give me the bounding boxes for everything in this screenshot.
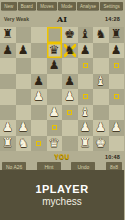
square-c8[interactable]: [31, 27, 47, 43]
square-e5[interactable]: ♟: [62, 74, 78, 90]
square-g4[interactable]: [93, 89, 109, 105]
square-e7[interactable]: ♞: [62, 43, 78, 59]
square-g1[interactable]: ♚: [93, 136, 109, 152]
square-h4[interactable]: [109, 89, 125, 105]
piece-black-rook: ♜: [111, 27, 122, 42]
player-clock: 10:48: [105, 154, 120, 160]
opponent-clock: 14:28: [105, 16, 120, 22]
square-d6[interactable]: ♟: [47, 58, 63, 74]
piece-white-pawn: ♟: [2, 120, 13, 135]
square-f2[interactable]: ♟: [78, 120, 94, 136]
square-h7[interactable]: ♟: [109, 43, 125, 59]
square-d7[interactable]: ♛: [47, 43, 63, 59]
piece-black-knight: ♞: [64, 43, 75, 58]
square-b3[interactable]: [16, 105, 32, 121]
toolbar-button-board[interactable]: Board: [18, 2, 37, 10]
square-a1[interactable]: ♜: [0, 136, 16, 152]
piece-white-pawn: ♟: [18, 120, 29, 135]
square-b1[interactable]: ♞: [16, 136, 32, 152]
square-e8[interactable]: ♚: [62, 27, 78, 43]
piece-white-pawn: ♟: [80, 120, 91, 135]
square-e6[interactable]: [62, 58, 78, 74]
square-f6[interactable]: [78, 58, 94, 74]
square-g6[interactable]: [93, 58, 109, 74]
square-d8[interactable]: [47, 27, 63, 43]
ai-difficulty-label: Very Weak: [4, 16, 29, 22]
square-e2[interactable]: [62, 120, 78, 136]
legal-move-marker: [83, 94, 88, 99]
piece-white-bishop: ♝: [95, 74, 106, 89]
square-c2[interactable]: [31, 120, 47, 136]
square-e1[interactable]: [62, 136, 78, 152]
legal-move-marker: [36, 141, 41, 146]
square-f3[interactable]: ♝: [78, 105, 94, 121]
square-c6[interactable]: [31, 58, 47, 74]
square-g5[interactable]: ♝: [93, 74, 109, 90]
square-g3[interactable]: [93, 105, 109, 121]
square-b4[interactable]: [16, 89, 32, 105]
square-a5[interactable]: [0, 74, 16, 90]
player-name: YOU: [54, 153, 70, 160]
piece-white-bishop: ♝: [80, 105, 91, 120]
legal-move-marker: [114, 63, 119, 68]
square-f4[interactable]: [78, 89, 94, 105]
piece-black-pawn: ♟: [80, 43, 91, 58]
toolbar-button-moves[interactable]: Moves: [37, 2, 57, 10]
toolbar-button-new[interactable]: New: [1, 2, 17, 10]
piece-white-pawn: ♟: [111, 120, 122, 135]
legal-move-marker: [83, 63, 88, 68]
piece-black-king: ♚: [64, 27, 75, 42]
square-a3[interactable]: [0, 105, 16, 121]
toolbar-button-mode[interactable]: Mode: [58, 2, 76, 10]
piece-black-pawn: ♟: [49, 58, 60, 73]
square-f1[interactable]: ♜: [78, 136, 94, 152]
branding-band: 1PLAYER mychess: [0, 170, 124, 220]
square-c1[interactable]: [31, 136, 47, 152]
opponent-name: AI: [57, 14, 67, 24]
piece-black-pawn: ♟: [111, 43, 122, 58]
square-a7[interactable]: ♟: [0, 43, 16, 59]
square-a2[interactable]: ♟: [0, 120, 16, 136]
square-d3[interactable]: ♟: [47, 105, 63, 121]
piece-black-pawn: ♟: [18, 43, 29, 58]
piece-white-pawn: ♟: [95, 120, 106, 135]
opponent-bar: Very Weak AI 14:28: [0, 11, 124, 27]
square-c3[interactable]: [31, 105, 47, 121]
square-h5[interactable]: [109, 74, 125, 90]
piece-black-pawn: ♟: [2, 43, 13, 58]
piece-white-knight: ♞: [18, 136, 29, 151]
piece-white-pawn: ♟: [33, 89, 44, 104]
piece-white-rook: ♜: [80, 136, 91, 151]
legal-move-marker: [52, 125, 57, 130]
square-g8[interactable]: ♞: [93, 27, 109, 43]
square-b6[interactable]: [16, 58, 32, 74]
square-b2[interactable]: ♟: [16, 120, 32, 136]
toolbar-button-analyse[interactable]: Analyse: [77, 2, 100, 10]
square-b8[interactable]: [16, 27, 32, 43]
square-f7[interactable]: ♟: [78, 43, 94, 59]
square-d1[interactable]: ♛: [47, 136, 63, 152]
piece-white-king: ♚: [95, 136, 106, 151]
toolbar-button-settings[interactable]: Settings: [100, 2, 123, 10]
square-c5[interactable]: ♟: [31, 74, 47, 90]
square-a8[interactable]: ♜: [0, 27, 16, 43]
piece-white-pawn: ♟: [64, 89, 75, 104]
square-c7[interactable]: [31, 43, 47, 59]
square-h8[interactable]: ♜: [109, 27, 125, 43]
square-e3[interactable]: [62, 105, 78, 121]
square-a6[interactable]: [0, 58, 16, 74]
square-b5[interactable]: [16, 74, 32, 90]
piece-white-queen: ♛: [49, 136, 60, 151]
square-d2[interactable]: [47, 120, 63, 136]
square-h1[interactable]: [109, 136, 125, 152]
piece-black-queen: ♛: [49, 43, 60, 58]
piece-black-knight: ♞: [95, 27, 106, 42]
square-c4[interactable]: ♟: [31, 89, 47, 105]
brand-subtitle: mychess: [42, 196, 81, 207]
chess-board[interactable]: ♜♚♝♞♜♟♟♛♞♟♟♟♟♟♝♟♟♟♝♟♟♟♟♟♜♞♛♜♚: [0, 27, 124, 151]
piece-black-pawn: ♟: [64, 74, 75, 89]
square-f8[interactable]: ♝: [78, 27, 94, 43]
square-h3[interactable]: [109, 105, 125, 121]
square-d5[interactable]: [47, 74, 63, 90]
piece-black-pawn: ♟: [33, 74, 44, 89]
square-a4[interactable]: [0, 89, 16, 105]
piece-black-bishop: ♝: [80, 27, 91, 42]
square-e4[interactable]: ♟: [62, 89, 78, 105]
legal-move-marker: [114, 94, 119, 99]
piece-white-pawn: ♟: [49, 105, 60, 120]
piece-black-rook: ♜: [2, 27, 13, 42]
piece-white-rook: ♜: [2, 136, 13, 151]
square-h6[interactable]: [109, 58, 125, 74]
player-bar: YOU 10:48: [0, 152, 124, 161]
legal-move-marker: [67, 110, 72, 115]
square-b7[interactable]: ♟: [16, 43, 32, 59]
square-g7[interactable]: [93, 43, 109, 59]
brand-title: 1PLAYER: [35, 183, 88, 195]
top-toolbar: New Board Moves Mode Analyse Settings: [0, 0, 124, 11]
square-f5[interactable]: [78, 74, 94, 90]
square-d4[interactable]: [47, 89, 63, 105]
square-h2[interactable]: ♟: [109, 120, 125, 136]
square-g2[interactable]: ♟: [93, 120, 109, 136]
